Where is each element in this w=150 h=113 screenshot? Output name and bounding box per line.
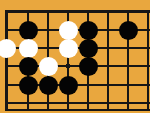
go-diagram bbox=[0, 0, 150, 113]
go-board[interactable] bbox=[0, 0, 150, 113]
grid-line-vertical bbox=[107, 10, 109, 111]
diagram-cut-edge-line bbox=[5, 109, 150, 111]
black-stone bbox=[79, 57, 98, 76]
black-stone bbox=[59, 76, 78, 95]
white-stone bbox=[59, 39, 78, 58]
black-stone bbox=[19, 76, 38, 95]
black-stone bbox=[119, 21, 138, 40]
black-stone bbox=[39, 76, 58, 95]
white-stone bbox=[59, 21, 78, 40]
black-stone bbox=[19, 57, 38, 76]
grid-line-horizontal bbox=[5, 102, 150, 104]
grid-line-horizontal bbox=[5, 10, 150, 13]
white-stone bbox=[19, 39, 38, 58]
grid-line-vertical bbox=[5, 10, 8, 111]
white-stone bbox=[0, 39, 16, 58]
white-stone bbox=[39, 57, 58, 76]
black-stone bbox=[79, 21, 98, 40]
grid-line-vertical bbox=[147, 10, 149, 111]
hoshi-point bbox=[66, 64, 70, 68]
black-stone bbox=[79, 39, 98, 58]
black-stone bbox=[19, 21, 38, 40]
